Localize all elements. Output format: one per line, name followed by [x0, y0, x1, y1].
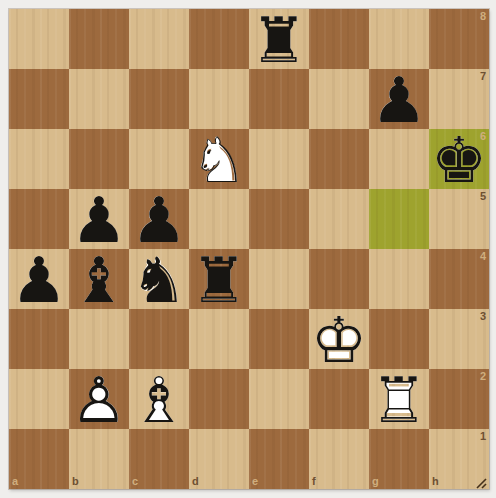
white-rook-icon[interactable]: ♜♖ — [369, 369, 429, 429]
square-g8[interactable] — [369, 9, 429, 69]
square-g6[interactable] — [369, 129, 429, 189]
resize-handle-icon[interactable] — [475, 475, 487, 487]
black-rook-icon[interactable]: ♖♜ — [189, 249, 249, 309]
file-label-h: h — [432, 476, 439, 487]
square-e6[interactable] — [249, 129, 309, 189]
square-f5[interactable] — [309, 189, 369, 249]
square-b2[interactable]: ♟♙ — [69, 369, 129, 429]
square-c8[interactable] — [129, 9, 189, 69]
square-d3[interactable] — [189, 309, 249, 369]
rank-label-7: 7 — [480, 71, 486, 82]
square-a4[interactable]: ♙♟ — [9, 249, 69, 309]
square-e7[interactable] — [249, 69, 309, 129]
square-h3[interactable]: 3 — [429, 309, 489, 369]
square-b3[interactable] — [69, 309, 129, 369]
file-label-a: a — [12, 476, 18, 487]
rank-label-1: 1 — [480, 431, 486, 442]
square-c3[interactable] — [129, 309, 189, 369]
square-d6[interactable]: ♞♘ — [189, 129, 249, 189]
file-label-d: d — [192, 476, 199, 487]
square-g3[interactable] — [369, 309, 429, 369]
square-g1[interactable]: g — [369, 429, 429, 489]
black-pawn-icon[interactable]: ♙♟ — [129, 189, 189, 249]
square-a2[interactable] — [9, 369, 69, 429]
square-a5[interactable] — [9, 189, 69, 249]
black-pawn-icon[interactable]: ♙♟ — [9, 249, 69, 309]
square-f4[interactable] — [309, 249, 369, 309]
rank-label-4: 4 — [480, 251, 486, 262]
rank-label-8: 8 — [480, 11, 486, 22]
square-f6[interactable] — [309, 129, 369, 189]
rank-label-2: 2 — [480, 371, 486, 382]
file-label-c: c — [132, 476, 138, 487]
square-f7[interactable] — [309, 69, 369, 129]
square-c1[interactable]: c — [129, 429, 189, 489]
square-a3[interactable] — [9, 309, 69, 369]
square-b4[interactable]: ♗♝ — [69, 249, 129, 309]
file-label-g: g — [372, 476, 379, 487]
square-e3[interactable] — [249, 309, 309, 369]
white-pawn-icon[interactable]: ♟♙ — [69, 369, 129, 429]
square-h8[interactable]: 8 — [429, 9, 489, 69]
square-g4[interactable] — [369, 249, 429, 309]
square-h1[interactable]: h1 — [429, 429, 489, 489]
white-bishop-icon[interactable]: ♝♗ — [129, 369, 189, 429]
square-f8[interactable] — [309, 9, 369, 69]
white-king-icon[interactable]: ♚♔ — [309, 309, 369, 369]
square-c6[interactable] — [129, 129, 189, 189]
white-knight-icon[interactable]: ♞♘ — [189, 129, 249, 189]
square-d4[interactable]: ♖♜ — [189, 249, 249, 309]
square-c4[interactable]: ♘♞ — [129, 249, 189, 309]
square-b1[interactable]: b — [69, 429, 129, 489]
file-label-f: f — [312, 476, 316, 487]
square-h6[interactable]: 6♔♚ — [429, 129, 489, 189]
square-f3[interactable]: ♚♔ — [309, 309, 369, 369]
square-h5[interactable]: 5 — [429, 189, 489, 249]
square-d2[interactable] — [189, 369, 249, 429]
square-d1[interactable]: d — [189, 429, 249, 489]
square-f2[interactable] — [309, 369, 369, 429]
rank-label-5: 5 — [480, 191, 486, 202]
black-bishop-icon[interactable]: ♗♝ — [69, 249, 129, 309]
square-c5[interactable]: ♙♟ — [129, 189, 189, 249]
square-e8[interactable]: ♖♜ — [249, 9, 309, 69]
black-pawn-icon[interactable]: ♙♟ — [69, 189, 129, 249]
square-c2[interactable]: ♝♗ — [129, 369, 189, 429]
square-d7[interactable] — [189, 69, 249, 129]
page: ♖♜8♙♟7♞♘6♔♚♙♟♙♟5♙♟♗♝♘♞♖♜4♚♔3♟♙♝♗♜♖2abcde… — [0, 0, 496, 498]
square-e5[interactable] — [249, 189, 309, 249]
square-f1[interactable]: f — [309, 429, 369, 489]
rank-label-6: 6 — [480, 131, 486, 142]
square-a8[interactable] — [9, 9, 69, 69]
square-e4[interactable] — [249, 249, 309, 309]
rank-label-3: 3 — [480, 311, 486, 322]
square-b5[interactable]: ♙♟ — [69, 189, 129, 249]
square-h7[interactable]: 7 — [429, 69, 489, 129]
file-label-e: e — [252, 476, 258, 487]
square-e2[interactable] — [249, 369, 309, 429]
square-c7[interactable] — [129, 69, 189, 129]
black-pawn-icon[interactable]: ♙♟ — [369, 69, 429, 129]
black-knight-icon[interactable]: ♘♞ — [129, 249, 189, 309]
square-a6[interactable] — [9, 129, 69, 189]
square-a7[interactable] — [9, 69, 69, 129]
square-b6[interactable] — [69, 129, 129, 189]
square-e1[interactable]: e — [249, 429, 309, 489]
square-b7[interactable] — [69, 69, 129, 129]
square-b8[interactable] — [69, 9, 129, 69]
square-g7[interactable]: ♙♟ — [369, 69, 429, 129]
square-d8[interactable] — [189, 9, 249, 69]
square-h2[interactable]: 2 — [429, 369, 489, 429]
square-g2[interactable]: ♜♖ — [369, 369, 429, 429]
square-h4[interactable]: 4 — [429, 249, 489, 309]
square-d5[interactable] — [189, 189, 249, 249]
file-label-b: b — [72, 476, 79, 487]
square-a1[interactable]: a — [9, 429, 69, 489]
chess-board[interactable]: ♖♜8♙♟7♞♘6♔♚♙♟♙♟5♙♟♗♝♘♞♖♜4♚♔3♟♙♝♗♜♖2abcde… — [9, 9, 489, 489]
square-g5[interactable] — [369, 189, 429, 249]
black-rook-icon[interactable]: ♖♜ — [249, 9, 309, 69]
